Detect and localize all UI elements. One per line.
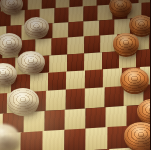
piece-white-c3[interactable]: ⛀: [7, 88, 39, 114]
pieces-layer: ⛀⛂⛀⛂⛀⛂⛀⛀⛂⛀⛂⛀⛂: [0, 0, 150, 150]
orange-man-glyph: ⛂: [129, 15, 151, 35]
piece-white-b8[interactable]: ⛀: [0, 0, 23, 13]
white-man-glyph: ⛀: [17, 51, 45, 73]
orange-man-glyph: ⛂: [113, 33, 140, 54]
white-man-glyph: ⛀: [0, 33, 22, 54]
piece-white-b6[interactable]: ⛀: [0, 33, 22, 54]
piece-orange-h4[interactable]: ⛂: [120, 68, 149, 91]
orange-man-glyph: ⛂: [120, 68, 149, 91]
piece-white-c7[interactable]: ⛀: [24, 17, 49, 37]
piece-orange-g7[interactable]: ⛂: [129, 15, 151, 35]
piece-white-c5[interactable]: ⛀: [17, 51, 45, 73]
piece-white-a1[interactable]: ⛀: [0, 124, 19, 150]
piece-orange-h2[interactable]: ⛂: [137, 99, 150, 123]
checkers-game-screen: ⛀⛂⛀⛂⛀⛂⛀⛀⛂⛀⛂⛀⛂: [0, 0, 150, 150]
piece-orange-h8[interactable]: ⛂: [109, 0, 132, 15]
white-man-glyph: ⛀: [0, 0, 23, 13]
piece-orange-g1[interactable]: ⛂: [124, 122, 150, 149]
white-man-glyph: ⛀: [7, 88, 39, 114]
orange-man-glyph: ⛂: [109, 0, 132, 15]
orange-man-glyph: ⛂: [137, 99, 150, 123]
white-man-glyph: ⛀: [0, 124, 19, 150]
white-man-glyph: ⛀: [24, 17, 49, 37]
orange-man-glyph: ⛂: [124, 122, 150, 149]
piece-white-b4[interactable]: ⛀: [0, 63, 17, 86]
piece-orange-h6[interactable]: ⛂: [113, 33, 140, 54]
white-man-glyph: ⛀: [0, 63, 17, 86]
